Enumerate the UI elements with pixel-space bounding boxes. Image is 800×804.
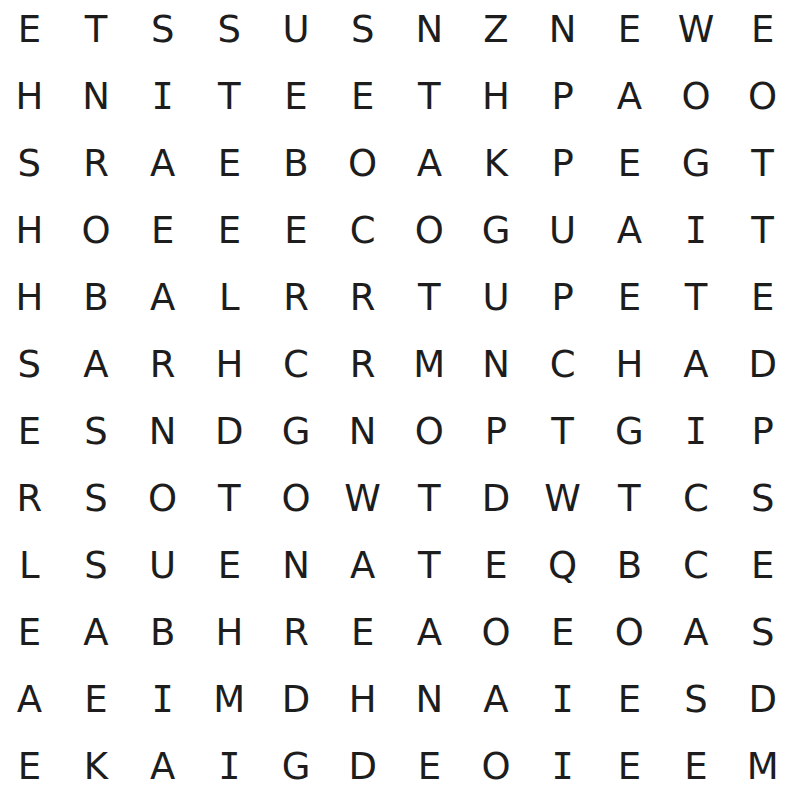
grid-cell-r12c10[interactable]: E (596, 733, 663, 800)
grid-cell-r2c3[interactable]: I (129, 63, 196, 130)
grid-cell-r10c11[interactable]: A (663, 599, 730, 666)
grid-cell-r10c5[interactable]: R (263, 599, 330, 666)
grid-cell-r9c11[interactable]: C (663, 532, 730, 599)
grid-cell-r4c4[interactable]: E (196, 197, 263, 264)
grid-cell-r8c11[interactable]: C (663, 465, 730, 532)
grid-cell-r3c8[interactable]: K (463, 130, 530, 197)
word-search-board: ETSSUSNZNEWEHNITEETHPAOOSRAEBOAKPEGTHOEE… (0, 0, 796, 800)
grid-cell-r3c5[interactable]: B (263, 130, 330, 197)
grid-cell-r7c12[interactable]: P (729, 398, 796, 465)
grid-cell-r8c6[interactable]: W (329, 465, 396, 532)
grid-cell-r4c12[interactable]: T (729, 197, 796, 264)
grid-cell-r3c3[interactable]: A (129, 130, 196, 197)
grid-cell-r3c2[interactable]: R (63, 130, 130, 197)
grid-cell-r11c8[interactable]: A (463, 666, 530, 733)
grid-cell-r9c4[interactable]: E (196, 532, 263, 599)
grid-cell-r10c12[interactable]: S (729, 599, 796, 666)
grid-cell-r1c1[interactable]: E (0, 0, 63, 63)
grid-cell-r3c7[interactable]: A (396, 130, 463, 197)
grid-cell-r2c4[interactable]: T (196, 63, 263, 130)
grid-cell-r10c8[interactable]: O (463, 599, 530, 666)
grid-cell-r9c10[interactable]: B (596, 532, 663, 599)
grid-cell-r3c10[interactable]: E (596, 130, 663, 197)
grid-cell-r4c6[interactable]: C (329, 197, 396, 264)
grid-cell-r8c7[interactable]: T (396, 465, 463, 532)
grid-cell-r10c10[interactable]: O (596, 599, 663, 666)
grid-cell-r1c7[interactable]: N (396, 0, 463, 63)
grid-cell-r3c9[interactable]: P (529, 130, 596, 197)
grid-cell-r12c1[interactable]: E (0, 733, 63, 800)
grid-cell-r8c5[interactable]: O (263, 465, 330, 532)
grid-cell-r10c7[interactable]: A (396, 599, 463, 666)
grid-cell-r5c6[interactable]: R (329, 264, 396, 331)
grid-cell-r4c11[interactable]: I (663, 197, 730, 264)
grid-cell-r3c1[interactable]: S (0, 130, 63, 197)
grid-cell-r6c5[interactable]: C (263, 331, 330, 398)
grid-cell-r5c7[interactable]: T (396, 264, 463, 331)
grid-cell-r4c5[interactable]: E (263, 197, 330, 264)
grid-cell-r11c9[interactable]: I (529, 666, 596, 733)
grid-cell-r12c6[interactable]: D (329, 733, 396, 800)
grid-cell-r12c2[interactable]: K (63, 733, 130, 800)
grid-cell-r9c7[interactable]: T (396, 532, 463, 599)
grid-cell-r5c2[interactable]: B (63, 264, 130, 331)
grid-cell-r4c10[interactable]: A (596, 197, 663, 264)
grid-cell-r12c3[interactable]: A (129, 733, 196, 800)
grid-cell-r4c9[interactable]: U (529, 197, 596, 264)
grid-cell-r1c4[interactable]: S (196, 0, 263, 63)
grid-cell-r2c9[interactable]: P (529, 63, 596, 130)
grid-cell-r12c8[interactable]: O (463, 733, 530, 800)
grid-cell-r6c10[interactable]: H (596, 331, 663, 398)
grid-cell-r1c2[interactable]: T (63, 0, 130, 63)
grid-cell-r10c2[interactable]: A (63, 599, 130, 666)
grid-cell-r5c4[interactable]: L (196, 264, 263, 331)
grid-cell-r10c1[interactable]: E (0, 599, 63, 666)
grid-cell-r11c7[interactable]: N (396, 666, 463, 733)
grid-cell-r4c2[interactable]: O (63, 197, 130, 264)
grid-cell-r11c3[interactable]: I (129, 666, 196, 733)
grid-cell-r11c12[interactable]: D (729, 666, 796, 733)
grid-cell-r8c3[interactable]: O (129, 465, 196, 532)
grid-cell-r8c4[interactable]: T (196, 465, 263, 532)
grid-cell-r3c12[interactable]: T (729, 130, 796, 197)
grid-cell-r11c5[interactable]: D (263, 666, 330, 733)
word-search-page: ETSSUSNZNEWEHNITEETHPAOOSRAEBOAKPEGTHOEE… (0, 0, 800, 804)
grid-cell-r4c7[interactable]: O (396, 197, 463, 264)
grid-cell-r1c3[interactable]: S (129, 0, 196, 63)
grid-cell-r9c1[interactable]: L (0, 532, 63, 599)
grid-cell-r10c3[interactable]: B (129, 599, 196, 666)
grid-cell-r11c2[interactable]: E (63, 666, 130, 733)
grid-cell-r2c7[interactable]: T (396, 63, 463, 130)
grid-cell-r10c6[interactable]: E (329, 599, 396, 666)
grid-cell-r9c3[interactable]: U (129, 532, 196, 599)
grid-cell-r6c3[interactable]: R (129, 331, 196, 398)
grid-cell-r2c10[interactable]: A (596, 63, 663, 130)
grid-cell-r2c12[interactable]: O (729, 63, 796, 130)
grid-cell-r7c3[interactable]: N (129, 398, 196, 465)
grid-cell-r7c10[interactable]: G (596, 398, 663, 465)
grid-cell-r1c5[interactable]: U (263, 0, 330, 63)
grid-cell-r8c10[interactable]: T (596, 465, 663, 532)
grid-cell-r7c5[interactable]: G (263, 398, 330, 465)
grid-cell-r5c3[interactable]: A (129, 264, 196, 331)
grid-cell-r7c4[interactable]: D (196, 398, 263, 465)
grid-cell-r6c4[interactable]: H (196, 331, 263, 398)
grid-cell-r2c1[interactable]: H (0, 63, 63, 130)
grid-cell-r7c11[interactable]: I (663, 398, 730, 465)
grid-cell-r12c12[interactable]: M (729, 733, 796, 800)
grid-cell-r6c11[interactable]: A (663, 331, 730, 398)
grid-cell-r9c6[interactable]: A (329, 532, 396, 599)
grid-cell-r8c9[interactable]: W (529, 465, 596, 532)
grid-cell-r8c1[interactable]: R (0, 465, 63, 532)
grid-cell-r10c4[interactable]: H (196, 599, 263, 666)
grid-cell-r5c11[interactable]: T (663, 264, 730, 331)
grid-cell-r11c4[interactable]: M (196, 666, 263, 733)
grid-cell-r9c12[interactable]: E (729, 532, 796, 599)
grid-cell-r8c2[interactable]: S (63, 465, 130, 532)
grid-cell-r5c9[interactable]: P (529, 264, 596, 331)
grid-cell-r1c12[interactable]: E (729, 0, 796, 63)
grid-cell-r4c3[interactable]: E (129, 197, 196, 264)
grid-cell-r2c11[interactable]: O (663, 63, 730, 130)
grid-cell-r9c9[interactable]: Q (529, 532, 596, 599)
grid-cell-r4c1[interactable]: H (0, 197, 63, 264)
grid-cell-r12c9[interactable]: I (529, 733, 596, 800)
grid-cell-r2c2[interactable]: N (63, 63, 130, 130)
grid-cell-r12c5[interactable]: G (263, 733, 330, 800)
grid-cell-r6c2[interactable]: A (63, 331, 130, 398)
grid-cell-r7c1[interactable]: E (0, 398, 63, 465)
grid-cell-r5c12[interactable]: E (729, 264, 796, 331)
grid-cell-r7c7[interactable]: O (396, 398, 463, 465)
grid-cell-r5c1[interactable]: H (0, 264, 63, 331)
grid-cell-r6c7[interactable]: M (396, 331, 463, 398)
grid-cell-r1c8[interactable]: Z (463, 0, 530, 63)
grid-cell-r3c6[interactable]: O (329, 130, 396, 197)
grid-cell-r2c5[interactable]: E (263, 63, 330, 130)
grid-cell-r6c9[interactable]: C (529, 331, 596, 398)
grid-cell-r4c8[interactable]: G (463, 197, 530, 264)
grid-cell-r7c6[interactable]: N (329, 398, 396, 465)
grid-cell-r1c6[interactable]: S (329, 0, 396, 63)
grid-cell-r11c6[interactable]: H (329, 666, 396, 733)
grid-cell-r11c10[interactable]: E (596, 666, 663, 733)
grid-cell-r7c2[interactable]: S (63, 398, 130, 465)
grid-cell-r12c11[interactable]: E (663, 733, 730, 800)
grid-cell-r10c9[interactable]: E (529, 599, 596, 666)
grid-cell-r6c12[interactable]: D (729, 331, 796, 398)
grid-cell-r8c8[interactable]: D (463, 465, 530, 532)
grid-cell-r3c11[interactable]: G (663, 130, 730, 197)
grid-cell-r3c4[interactable]: E (196, 130, 263, 197)
grid-cell-r1c11[interactable]: W (663, 0, 730, 63)
grid-cell-r5c8[interactable]: U (463, 264, 530, 331)
grid-cell-r7c9[interactable]: T (529, 398, 596, 465)
grid-cell-r9c2[interactable]: S (63, 532, 130, 599)
grid-cell-r8c12[interactable]: S (729, 465, 796, 532)
grid-cell-r2c6[interactable]: E (329, 63, 396, 130)
grid-cell-r11c1[interactable]: A (0, 666, 63, 733)
grid-cell-r6c6[interactable]: R (329, 331, 396, 398)
grid-cell-r9c5[interactable]: N (263, 532, 330, 599)
grid-cell-r6c1[interactable]: S (0, 331, 63, 398)
grid-cell-r2c8[interactable]: H (463, 63, 530, 130)
grid-cell-r1c10[interactable]: E (596, 0, 663, 63)
grid-cell-r6c8[interactable]: N (463, 331, 530, 398)
grid-cell-r11c11[interactable]: S (663, 666, 730, 733)
grid-cell-r5c10[interactable]: E (596, 264, 663, 331)
grid-cell-r1c9[interactable]: N (529, 0, 596, 63)
grid-cell-r5c5[interactable]: R (263, 264, 330, 331)
grid-cell-r12c4[interactable]: I (196, 733, 263, 800)
grid-cell-r7c8[interactable]: P (463, 398, 530, 465)
grid-cell-r12c7[interactable]: E (396, 733, 463, 800)
grid-cell-r9c8[interactable]: E (463, 532, 530, 599)
